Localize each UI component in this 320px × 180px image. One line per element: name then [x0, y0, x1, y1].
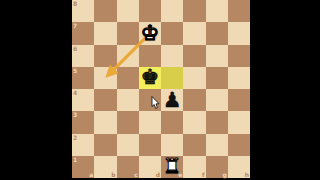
square-d2[interactable]: [139, 134, 161, 156]
square-b2[interactable]: [94, 134, 116, 156]
square-h4[interactable]: [228, 89, 250, 111]
square-e1[interactable]: e♜: [161, 156, 183, 178]
square-a7[interactable]: 7: [72, 22, 94, 44]
square-b8[interactable]: [94, 0, 116, 22]
rank-label-3: 3: [73, 111, 77, 118]
square-c6[interactable]: [117, 45, 139, 67]
square-a4[interactable]: 4: [72, 89, 94, 111]
square-b5[interactable]: [94, 67, 116, 89]
square-c3[interactable]: [117, 111, 139, 133]
file-label-g: g: [222, 171, 226, 178]
square-g6[interactable]: [206, 45, 228, 67]
file-label-d: d: [156, 171, 160, 178]
rank-label-7: 7: [73, 22, 77, 29]
rank-label-1: 1: [73, 156, 77, 163]
square-h3[interactable]: [228, 111, 250, 133]
square-c1[interactable]: c: [117, 156, 139, 178]
square-h8[interactable]: [228, 0, 250, 22]
square-f3[interactable]: [183, 111, 205, 133]
square-f7[interactable]: [183, 22, 205, 44]
square-a2[interactable]: 2: [72, 134, 94, 156]
square-h2[interactable]: [228, 134, 250, 156]
square-d6[interactable]: [139, 45, 161, 67]
square-e7[interactable]: [161, 22, 183, 44]
square-g3[interactable]: [206, 111, 228, 133]
square-c2[interactable]: [117, 134, 139, 156]
piece-white-rook[interactable]: ♜: [161, 156, 183, 178]
square-f6[interactable]: [183, 45, 205, 67]
square-f4[interactable]: [183, 89, 205, 111]
square-b4[interactable]: [94, 89, 116, 111]
square-e8[interactable]: [161, 0, 183, 22]
square-a1[interactable]: 1a: [72, 156, 94, 178]
square-a8[interactable]: 8: [72, 0, 94, 22]
square-d7[interactable]: ♚: [139, 22, 161, 44]
square-d8[interactable]: [139, 0, 161, 22]
file-label-a: a: [89, 171, 93, 178]
chess-board: 87♚65♚4♟321abcde♜fgh: [72, 0, 250, 178]
square-g2[interactable]: [206, 134, 228, 156]
square-g4[interactable]: [206, 89, 228, 111]
square-g5[interactable]: [206, 67, 228, 89]
square-d5[interactable]: ♚: [139, 67, 161, 89]
square-c4[interactable]: [117, 89, 139, 111]
square-g7[interactable]: [206, 22, 228, 44]
square-c8[interactable]: [117, 0, 139, 22]
square-g8[interactable]: [206, 0, 228, 22]
square-c5[interactable]: [117, 67, 139, 89]
square-a5[interactable]: 5: [72, 67, 94, 89]
file-label-b: b: [111, 171, 115, 178]
square-e3[interactable]: [161, 111, 183, 133]
square-e5[interactable]: [161, 67, 183, 89]
square-d4[interactable]: [139, 89, 161, 111]
square-e6[interactable]: [161, 45, 183, 67]
piece-black-pawn[interactable]: ♟: [161, 89, 183, 111]
rank-label-6: 6: [73, 45, 77, 52]
square-h5[interactable]: [228, 67, 250, 89]
rank-label-5: 5: [73, 67, 77, 74]
square-h6[interactable]: [228, 45, 250, 67]
square-f8[interactable]: [183, 0, 205, 22]
square-e2[interactable]: [161, 134, 183, 156]
square-d3[interactable]: [139, 111, 161, 133]
square-f2[interactable]: [183, 134, 205, 156]
square-b3[interactable]: [94, 111, 116, 133]
square-e4[interactable]: ♟: [161, 89, 183, 111]
square-f5[interactable]: [183, 67, 205, 89]
file-label-h: h: [245, 171, 249, 178]
piece-black-king[interactable]: ♚: [139, 67, 161, 89]
square-g1[interactable]: g: [206, 156, 228, 178]
square-a3[interactable]: 3: [72, 111, 94, 133]
rank-label-2: 2: [73, 134, 77, 141]
square-a6[interactable]: 6: [72, 45, 94, 67]
square-c7[interactable]: [117, 22, 139, 44]
rank-label-4: 4: [73, 89, 77, 96]
piece-white-king[interactable]: ♚: [139, 22, 161, 44]
square-h7[interactable]: [228, 22, 250, 44]
square-b6[interactable]: [94, 45, 116, 67]
square-b1[interactable]: b: [94, 156, 116, 178]
file-label-c: c: [134, 171, 138, 178]
square-b7[interactable]: [94, 22, 116, 44]
square-f1[interactable]: f: [183, 156, 205, 178]
file-label-f: f: [202, 171, 205, 178]
square-d1[interactable]: d: [139, 156, 161, 178]
video-frame: 87♚65♚4♟321abcde♜fgh: [0, 0, 320, 180]
square-h1[interactable]: h: [228, 156, 250, 178]
rank-label-8: 8: [73, 0, 77, 7]
